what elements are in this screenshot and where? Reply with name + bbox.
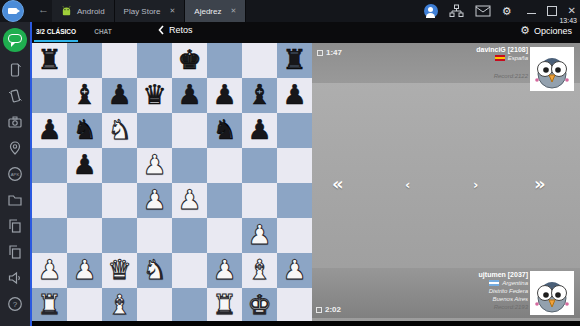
square-h3[interactable] bbox=[277, 218, 312, 253]
square-d6[interactable] bbox=[137, 113, 172, 148]
square-d8[interactable] bbox=[137, 43, 172, 78]
video-camera-icon bbox=[8, 8, 17, 14]
black-knight: ♞ bbox=[67, 113, 102, 148]
app-action-bar: 3/2 CLÁSICO CHAT Retos ⚙ Opciones bbox=[32, 22, 580, 43]
back-to-retos-button[interactable]: Retos bbox=[158, 25, 193, 35]
square-c3[interactable] bbox=[102, 218, 137, 253]
square-f7[interactable]: ♟ bbox=[207, 78, 242, 113]
square-c4[interactable] bbox=[102, 183, 137, 218]
square-a6[interactable]: ♟ bbox=[32, 113, 67, 148]
move-prev-button[interactable]: ‹ bbox=[405, 177, 410, 192]
bluestacks-window: ← Android Play Store ✕ Ajedrez ✕ bbox=[0, 0, 580, 326]
tab-android-label: Android bbox=[77, 7, 105, 16]
window-tab-strip: Android Play Store ✕ Ajedrez ✕ bbox=[52, 0, 246, 22]
tab-play-store-label: Play Store bbox=[124, 7, 161, 16]
square-f5[interactable] bbox=[207, 148, 242, 183]
white-bishop: ♝ bbox=[102, 288, 137, 323]
black-king: ♚ bbox=[172, 43, 207, 78]
system-clock: 13:43 bbox=[559, 17, 577, 24]
tab-play-store[interactable]: Play Store ✕ bbox=[115, 0, 186, 22]
multi-instance-icon[interactable] bbox=[449, 4, 464, 18]
square-e5[interactable] bbox=[172, 148, 207, 183]
folder-icon[interactable] bbox=[7, 192, 23, 208]
clock-square-icon bbox=[317, 50, 323, 56]
tab-android[interactable]: Android bbox=[52, 0, 115, 22]
square-e4[interactable]: ♟ bbox=[172, 183, 207, 218]
black-pawn: ♟ bbox=[172, 78, 207, 113]
square-d2[interactable]: ♞ bbox=[137, 253, 172, 288]
square-a5[interactable] bbox=[32, 148, 67, 183]
square-c5[interactable] bbox=[102, 148, 137, 183]
tab-ajedrez-label: Ajedrez bbox=[194, 7, 221, 16]
svg-text:APK: APK bbox=[11, 172, 20, 177]
tab-ajedrez[interactable]: Ajedrez ✕ bbox=[185, 0, 246, 22]
square-g1[interactable]: ♚ bbox=[242, 288, 277, 323]
player-name: ujtumen [2037] bbox=[479, 271, 528, 279]
bluestacks-sidebar: APK ? bbox=[0, 22, 30, 326]
square-e8[interactable]: ♚ bbox=[172, 43, 207, 78]
white-pawn: ♟ bbox=[137, 148, 172, 183]
square-d4[interactable]: ♟ bbox=[137, 183, 172, 218]
active-tab-underline bbox=[34, 40, 78, 42]
square-c7[interactable]: ♟ bbox=[102, 78, 137, 113]
white-pawn: ♟ bbox=[207, 253, 242, 288]
square-g8[interactable] bbox=[242, 43, 277, 78]
opponent-info: davinciG [2108] España Record:2122 bbox=[476, 46, 528, 80]
black-pawn: ♟ bbox=[242, 113, 277, 148]
gear-icon: ⚙ bbox=[520, 25, 530, 36]
argentina-flag-icon bbox=[489, 280, 499, 286]
square-a2[interactable]: ♟ bbox=[32, 253, 67, 288]
square-b8[interactable] bbox=[67, 43, 102, 78]
square-d7[interactable]: ♛ bbox=[137, 78, 172, 113]
white-bishop: ♝ bbox=[242, 253, 277, 288]
square-c6[interactable]: ♞ bbox=[102, 113, 137, 148]
back-arrow-button[interactable]: ← bbox=[38, 3, 49, 15]
black-pawn: ♟ bbox=[207, 78, 242, 113]
options-label: Opciones bbox=[534, 26, 572, 36]
opponent-clock: 1:47 bbox=[317, 48, 342, 57]
black-pawn: ♟ bbox=[67, 148, 102, 183]
screen-recorder-button[interactable] bbox=[2, 0, 24, 22]
square-b4[interactable] bbox=[67, 183, 102, 218]
opponent-clock-value: 1:47 bbox=[326, 48, 342, 57]
clock-square-icon bbox=[316, 307, 322, 313]
square-a8[interactable]: ♜ bbox=[32, 43, 67, 78]
maximize-button[interactable] bbox=[547, 6, 557, 16]
square-h8[interactable]: ♜ bbox=[277, 43, 312, 78]
square-h5[interactable] bbox=[277, 148, 312, 183]
mail-icon[interactable] bbox=[475, 5, 491, 17]
copy-icon[interactable] bbox=[7, 218, 23, 234]
player-info: ujtumen [2037] Argentina Distrito Federa… bbox=[479, 271, 528, 311]
black-pawn: ♟ bbox=[277, 78, 312, 113]
window-controls: ⚙ ✕ bbox=[424, 0, 576, 22]
player-city: Buenos Aires bbox=[479, 295, 528, 303]
black-rook: ♜ bbox=[277, 43, 312, 78]
square-e3[interactable] bbox=[172, 218, 207, 253]
square-e2[interactable] bbox=[172, 253, 207, 288]
white-knight: ♞ bbox=[102, 113, 137, 148]
spain-flag-icon bbox=[495, 55, 505, 61]
options-button[interactable]: ⚙ Opciones bbox=[520, 25, 572, 36]
account-icon[interactable] bbox=[424, 4, 438, 18]
copy-icon[interactable] bbox=[7, 244, 23, 260]
square-c8[interactable] bbox=[102, 43, 137, 78]
white-pawn: ♟ bbox=[242, 218, 277, 253]
square-b5[interactable]: ♟ bbox=[67, 148, 102, 183]
square-f4[interactable] bbox=[207, 183, 242, 218]
game-info-panel: 1:47 davinciG [2108] España Record:2122 … bbox=[312, 43, 580, 322]
opponent-record: Record:2122 bbox=[476, 72, 528, 80]
black-pawn: ♟ bbox=[32, 113, 67, 148]
square-a4[interactable] bbox=[32, 183, 67, 218]
tab-chat-label: CHAT bbox=[94, 28, 112, 35]
black-bishop: ♝ bbox=[242, 78, 277, 113]
square-b3[interactable] bbox=[67, 218, 102, 253]
owl-avatar-image bbox=[530, 47, 574, 91]
square-g3[interactable]: ♟ bbox=[242, 218, 277, 253]
square-d1[interactable] bbox=[137, 288, 172, 323]
white-pawn: ♟ bbox=[67, 253, 102, 288]
black-queen: ♛ bbox=[137, 78, 172, 113]
square-c2[interactable]: ♛ bbox=[102, 253, 137, 288]
square-a1[interactable]: ♜ bbox=[32, 288, 67, 323]
white-pawn: ♟ bbox=[172, 183, 207, 218]
square-h1[interactable] bbox=[277, 288, 312, 323]
square-b6[interactable]: ♞ bbox=[67, 113, 102, 148]
square-b1[interactable] bbox=[67, 288, 102, 323]
square-g7[interactable]: ♝ bbox=[242, 78, 277, 113]
square-f8[interactable] bbox=[207, 43, 242, 78]
retos-label: Retos bbox=[169, 25, 193, 35]
move-last-button[interactable]: » bbox=[534, 173, 546, 194]
chess-board[interactable]: ♜♚♜♝♟♛♟♟♝♟♟♞♞♞♟♟♟♟♟♟♟♟♛♞♟♝♟♜♝♜♚ bbox=[32, 43, 312, 323]
white-pawn: ♟ bbox=[277, 253, 312, 288]
white-knight: ♞ bbox=[137, 253, 172, 288]
square-d3[interactable] bbox=[137, 218, 172, 253]
shake-device-icon[interactable] bbox=[7, 88, 23, 104]
android-robot-icon bbox=[61, 6, 72, 17]
player-clock: 2:02 bbox=[316, 305, 341, 314]
close-window-button[interactable]: ✕ bbox=[568, 6, 576, 16]
help-icon[interactable]: ? bbox=[7, 296, 23, 312]
volume-icon[interactable] bbox=[7, 270, 23, 286]
square-a3[interactable] bbox=[32, 218, 67, 253]
settings-gear-icon[interactable]: ⚙ bbox=[502, 6, 512, 17]
owl-avatar-image bbox=[530, 271, 574, 315]
tab-clasico[interactable]: 3/2 CLÁSICO bbox=[32, 22, 80, 41]
square-e6[interactable] bbox=[172, 113, 207, 148]
square-d5[interactable]: ♟ bbox=[137, 148, 172, 183]
tab-clasico-label: 3/2 CLÁSICO bbox=[36, 28, 76, 35]
minimize-button[interactable] bbox=[527, 13, 536, 14]
player-country: Argentina bbox=[502, 280, 528, 286]
square-b7[interactable]: ♝ bbox=[67, 78, 102, 113]
player-avatar[interactable] bbox=[530, 271, 574, 315]
install-apk-icon[interactable]: APK bbox=[7, 166, 23, 182]
black-pawn: ♟ bbox=[102, 78, 137, 113]
white-king: ♚ bbox=[242, 288, 277, 323]
player-clock-value: 2:02 bbox=[325, 305, 341, 314]
location-icon[interactable] bbox=[7, 140, 23, 156]
white-rook: ♜ bbox=[32, 288, 67, 323]
window-titlebar: ← Android Play Store ✕ Ajedrez ✕ bbox=[0, 0, 580, 22]
black-rook: ♜ bbox=[32, 43, 67, 78]
square-f3[interactable] bbox=[207, 218, 242, 253]
square-g6[interactable]: ♟ bbox=[242, 113, 277, 148]
move-first-button[interactable]: « bbox=[332, 173, 344, 194]
square-b2[interactable]: ♟ bbox=[67, 253, 102, 288]
chat-promo-icon[interactable] bbox=[3, 28, 27, 52]
chevron-left-icon bbox=[158, 25, 164, 35]
white-rook: ♜ bbox=[207, 288, 242, 323]
square-h6[interactable] bbox=[277, 113, 312, 148]
move-next-button[interactable]: › bbox=[473, 177, 478, 192]
square-h2[interactable]: ♟ bbox=[277, 253, 312, 288]
close-tab-icon[interactable]: ✕ bbox=[230, 7, 236, 15]
opponent-name: davinciG [2108] bbox=[476, 46, 528, 54]
square-g2[interactable]: ♝ bbox=[242, 253, 277, 288]
square-f1[interactable]: ♜ bbox=[207, 288, 242, 323]
rotate-device-icon[interactable] bbox=[7, 62, 23, 78]
bottom-black-strip bbox=[32, 321, 580, 326]
square-h4[interactable] bbox=[277, 183, 312, 218]
close-tab-icon[interactable]: ✕ bbox=[169, 7, 175, 15]
square-c1[interactable]: ♝ bbox=[102, 288, 137, 323]
square-e7[interactable]: ♟ bbox=[172, 78, 207, 113]
square-a7[interactable] bbox=[32, 78, 67, 113]
opponent-country: España bbox=[508, 55, 528, 61]
tab-chat[interactable]: CHAT bbox=[82, 22, 124, 41]
square-h7[interactable]: ♟ bbox=[277, 78, 312, 113]
square-g4[interactable] bbox=[242, 183, 277, 218]
svg-text:?: ? bbox=[13, 300, 18, 309]
square-g5[interactable] bbox=[242, 148, 277, 183]
player-record: Record:2193 bbox=[479, 303, 528, 311]
white-pawn: ♟ bbox=[137, 183, 172, 218]
square-f6[interactable]: ♞ bbox=[207, 113, 242, 148]
black-knight: ♞ bbox=[207, 113, 242, 148]
opponent-avatar[interactable] bbox=[530, 47, 574, 91]
black-bishop: ♝ bbox=[67, 78, 102, 113]
square-f2[interactable]: ♟ bbox=[207, 253, 242, 288]
white-queen: ♛ bbox=[102, 253, 137, 288]
player-region: Distrito Federa bbox=[479, 287, 528, 295]
white-pawn: ♟ bbox=[32, 253, 67, 288]
square-e1[interactable] bbox=[172, 288, 207, 323]
camera-icon[interactable] bbox=[7, 114, 23, 130]
